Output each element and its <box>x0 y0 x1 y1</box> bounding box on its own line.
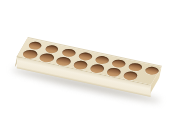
pit-front-4[interactable] <box>71 60 89 71</box>
pit-back-6[interactable] <box>111 58 127 68</box>
pit-front-6[interactable] <box>105 67 123 78</box>
pit-front-3[interactable] <box>54 56 72 67</box>
pit-front-1[interactable] <box>21 49 39 60</box>
pit-back-4[interactable] <box>77 51 93 61</box>
photo-canvas <box>0 0 180 140</box>
pit-front-5[interactable] <box>88 64 106 75</box>
pit-back-1[interactable] <box>27 40 43 50</box>
pit-back-2[interactable] <box>44 44 60 54</box>
pit-front-7[interactable] <box>121 71 139 82</box>
pit-back-5[interactable] <box>94 55 110 65</box>
pit-back-8[interactable] <box>144 66 160 76</box>
pit-back-7[interactable] <box>127 62 143 72</box>
pit-back-3[interactable] <box>61 48 77 58</box>
pit-front-2[interactable] <box>38 53 56 64</box>
